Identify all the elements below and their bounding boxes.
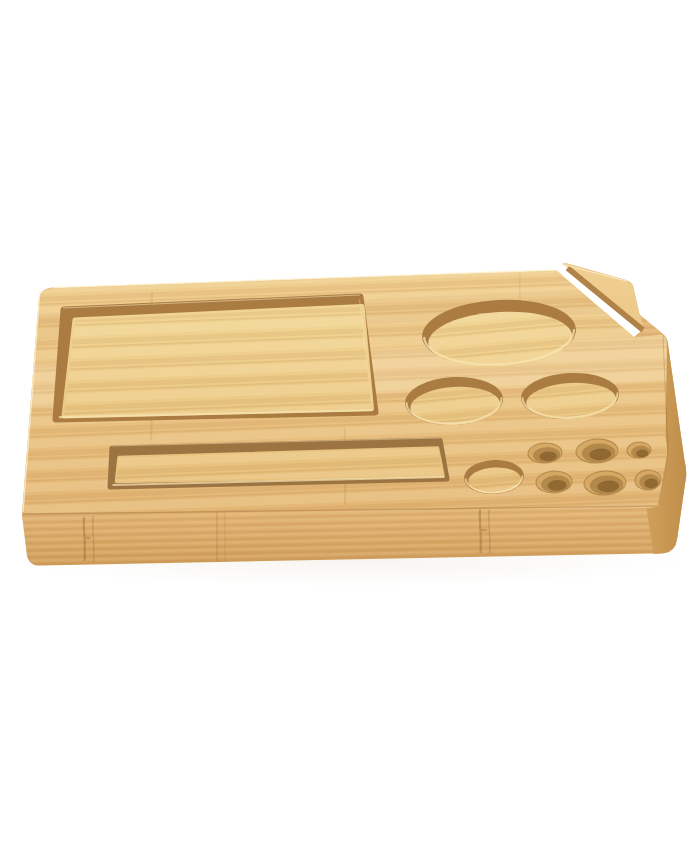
- product-image: Natural bamboo multi-compartment rolling…: [0, 0, 700, 841]
- tray: bamboo tray body: [0, 263, 700, 565]
- rect-rolling-recess: large rectangular rolling recess: [56, 295, 375, 419]
- product-photo: Natural bamboo multi-compartment rolling…: [0, 0, 700, 841]
- paper-groove: long paper groove: [110, 438, 447, 487]
- rect-recess-floor-grain: [64, 307, 372, 417]
